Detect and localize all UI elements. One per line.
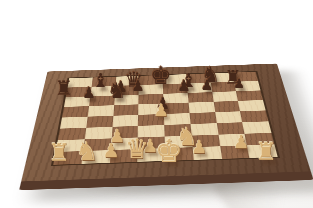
piece-white-pawn-c2[interactable]: ♟ [102,141,119,160]
piece-black-pawn-d7[interactable]: ♟ [131,79,144,94]
piece-white-king-e1[interactable]: ♚ [155,136,183,167]
piece-black-knight-c6[interactable]: ♞ [108,81,127,102]
piece-white-rook-h1[interactable]: ♜ [255,140,277,164]
piece-white-pawn-e4[interactable]: ♟ [153,102,168,119]
piece-black-rook-a7[interactable]: ♜ [55,78,73,98]
piece-white-queen-d1[interactable]: ♛ [125,135,149,162]
photo-stage: ♜♟♝♟♞♛♟♚♟♝♟♟♞♟♜♟♞♟♟♜♚♛♟♟♟♞♜ Walnut chess… [0,0,313,208]
piece-white-rook-a1[interactable]: ♜ [48,141,70,165]
piece-black-pawn-h7[interactable]: ♟ [233,77,245,90]
piece-black-king-e8[interactable]: ♚ [150,64,172,88]
piece-black-pawn-f7[interactable]: ♟ [177,79,190,94]
piece-white-pawn-g2[interactable]: ♟ [233,133,249,151]
piece-black-pawn-g7[interactable]: ♟ [201,78,214,92]
piece-black-pawn-b7[interactable]: ♟ [82,86,95,101]
piece-white-pawn-f2[interactable]: ♟ [191,138,207,156]
piece-white-knight-b1[interactable]: ♞ [75,138,98,164]
